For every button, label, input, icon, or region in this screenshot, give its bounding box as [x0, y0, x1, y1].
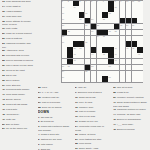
- crossword-cell[interactable]: 36: [62, 41, 67, 46]
- black-square: [62, 30, 67, 35]
- black-square: [120, 18, 125, 23]
- clue-number: 4.: [38, 133, 41, 136]
- clue-number: 54.: [38, 91, 42, 94]
- black-square: [85, 18, 90, 23]
- cell-number: 52: [91, 65, 93, 67]
- crossword-cell[interactable]: [79, 71, 84, 76]
- clue-number: 40.: [2, 88, 6, 91]
- cell-number: 44: [91, 53, 93, 55]
- crossword-cell[interactable]: [102, 41, 107, 46]
- crossword-cell[interactable]: [132, 65, 137, 70]
- crossword-cell[interactable]: [120, 59, 125, 64]
- crossword-cell[interactable]: 9: [120, 1, 125, 6]
- cell-number: 56: [62, 76, 64, 78]
- cell-number: 14: [73, 6, 75, 8]
- black-square: [67, 53, 72, 58]
- crossword-cell[interactable]: 23: [62, 24, 67, 29]
- clue-item: 40. Perfumed bath powder: [2, 88, 35, 92]
- clue-item: 18. Prone attitude to friendly mercy or …: [2, 20, 35, 27]
- crossword-cell[interactable]: [97, 18, 102, 23]
- across-clues-tail: 52. Lava54. L, X or XL: Abbr.56. Western…: [38, 86, 72, 109]
- crossword-cell[interactable]: [91, 59, 96, 64]
- crossword-grid: 1234567891011121314151617181920212223242…: [61, 0, 143, 83]
- cell-number: 40: [114, 47, 116, 49]
- crossword-cell[interactable]: 19: [62, 18, 67, 23]
- clue-item: 26. Providing with revenue: [2, 54, 35, 58]
- crossword-cell[interactable]: [132, 12, 137, 17]
- crossword-cell[interactable]: [120, 30, 125, 35]
- cell-number: 32: [114, 30, 116, 32]
- cell-number: 16: [62, 12, 64, 14]
- crossword-cell[interactable]: [102, 59, 107, 64]
- clue-item: 35. Sieve feature: [2, 79, 35, 83]
- cell-number: 57: [109, 76, 111, 78]
- crossword-cell[interactable]: 29: [67, 30, 72, 35]
- crossword-cell[interactable]: [91, 41, 96, 46]
- clue-item: 14. In the midst of: [2, 5, 35, 9]
- clue-item: 22. Kind of material: [2, 37, 35, 41]
- crossword-cell[interactable]: 51: [67, 65, 72, 70]
- clue-item: 26. Towels, at times: [75, 133, 110, 137]
- clue-number: 11.: [75, 101, 79, 104]
- crossword-cell[interactable]: [120, 36, 125, 41]
- cell-number: 9: [120, 0, 121, 2]
- crossword-cell[interactable]: 53: [108, 65, 113, 70]
- crossword-cell[interactable]: [126, 71, 131, 76]
- crossword-cell[interactable]: [97, 76, 102, 81]
- crossword-cell[interactable]: 48: [73, 59, 78, 64]
- crossword-cell[interactable]: [97, 41, 102, 46]
- crossword-cell[interactable]: [137, 18, 142, 23]
- crossword-cell[interactable]: [108, 41, 113, 46]
- crossword-cell[interactable]: 46: [114, 53, 119, 58]
- clue-number: 1.: [38, 116, 41, 119]
- crossword-cell[interactable]: 7: [102, 1, 107, 6]
- cell-number: 21: [91, 18, 93, 20]
- clue-item: 41. Small divides between Sarah, Paul an…: [113, 101, 148, 108]
- clue-column-right-2: 36. One bit of work38. Frogs-to-be39. Wo…: [113, 86, 148, 150]
- crossword-cell[interactable]: [85, 47, 90, 52]
- clue-number: 31.: [2, 69, 6, 72]
- clue-item: 27. Wine-tasting tour stop: [75, 138, 110, 142]
- clue-item: 16. Part of a combo: [75, 110, 110, 114]
- crossword-cell[interactable]: [114, 76, 119, 81]
- clue-number: 14.: [2, 5, 6, 8]
- cell-number: 35: [103, 35, 105, 37]
- crossword-cell[interactable]: [73, 12, 78, 17]
- clue-number: 39.: [113, 96, 117, 99]
- crossword-cell[interactable]: [137, 71, 142, 76]
- cell-number: 54: [62, 70, 64, 72]
- clue-number: 41.: [113, 101, 117, 104]
- crossword-cell[interactable]: [79, 59, 84, 64]
- crossword-cell[interactable]: [91, 12, 96, 17]
- crossword-cell[interactable]: [132, 30, 137, 35]
- crossword-cell[interactable]: [114, 12, 119, 17]
- crossword-cell[interactable]: [73, 76, 78, 81]
- crossword-cell[interactable]: 1: [62, 1, 67, 6]
- crossword-cell[interactable]: 39: [79, 47, 84, 52]
- clue-number: 35.: [2, 79, 6, 82]
- crossword-cell[interactable]: 18: [108, 12, 113, 17]
- crossword-cell[interactable]: 16: [62, 12, 67, 17]
- black-square: [73, 1, 78, 6]
- crossword-cell[interactable]: [91, 76, 96, 81]
- crossword-cell[interactable]: 25: [97, 24, 102, 29]
- clue-item: 7. Sand bar: [38, 148, 72, 150]
- crossword-cell[interactable]: [120, 65, 125, 70]
- cell-number: 22: [103, 18, 105, 20]
- clue-number: 56.: [38, 96, 42, 99]
- clue-column-right-1: 8. Vane dir.9. Scanned lines at stores10…: [75, 86, 110, 150]
- crossword-cell[interactable]: [91, 71, 96, 76]
- crossword-cell[interactable]: [73, 18, 78, 23]
- clue-item: 5. Tasting like fine wine: [38, 138, 72, 142]
- cell-number: 49: [114, 59, 116, 61]
- clue-number: 5.: [38, 138, 41, 141]
- crossword-cell[interactable]: [79, 24, 84, 29]
- clue-item: 25. Attacked by bees: [2, 49, 35, 53]
- crossword-cell[interactable]: [120, 76, 125, 81]
- clue-item: 31. Gives up the effort: [2, 69, 35, 73]
- crossword-cell[interactable]: [137, 36, 142, 41]
- crossword-cell[interactable]: [137, 59, 142, 64]
- clue-number: 28.: [2, 59, 6, 62]
- crossword-cell[interactable]: [126, 36, 131, 41]
- crossword-cell[interactable]: [132, 36, 137, 41]
- crossword-cell[interactable]: 43: [73, 53, 78, 58]
- crossword-cell[interactable]: 49: [114, 59, 119, 64]
- crossword-cell[interactable]: [79, 65, 84, 70]
- black-square: [67, 47, 72, 52]
- crossword-cell[interactable]: [91, 36, 96, 41]
- clue-item: 24. Word with yellow rose or Texas: [75, 125, 110, 132]
- crossword-cell[interactable]: [79, 36, 84, 41]
- crossword-cell[interactable]: 2: [67, 1, 72, 6]
- crossword-cell[interactable]: 30: [91, 30, 96, 35]
- clue-item: 48. "Good grief!": [2, 113, 35, 117]
- black-square: [108, 47, 113, 52]
- cell-number: 45: [103, 53, 105, 55]
- crossword-cell[interactable]: [137, 65, 142, 70]
- clue-item: 13. Luau garlands and such: [2, 0, 35, 4]
- black-square: [108, 1, 113, 6]
- crossword-cell[interactable]: 5: [91, 1, 96, 6]
- crossword-cell[interactable]: [85, 6, 90, 11]
- crossword-cell[interactable]: [67, 6, 72, 11]
- clue-number: 51.: [2, 127, 6, 130]
- crossword-cell[interactable]: 41: [126, 47, 131, 52]
- cell-number: 42: [132, 47, 134, 49]
- clue-item: 52. Lava: [38, 86, 72, 90]
- clue-number: 25.: [2, 49, 6, 52]
- cell-number: 17: [85, 12, 87, 14]
- crossword-cell[interactable]: 12: [137, 1, 142, 6]
- cell-number: 2: [68, 0, 69, 2]
- crossword-cell[interactable]: [120, 41, 125, 46]
- clue-number: 30.: [2, 64, 6, 67]
- crossword-cell[interactable]: [108, 24, 113, 29]
- crossword-cell[interactable]: 28: [132, 24, 137, 29]
- crossword-cell[interactable]: [108, 36, 113, 41]
- clue-item: 41. Tuna salad morsel: [2, 93, 35, 97]
- crossword-cell[interactable]: [97, 6, 102, 11]
- crossword-cell[interactable]: 27: [126, 24, 131, 29]
- crossword-cell[interactable]: 31: [108, 30, 113, 35]
- crossword-cell[interactable]: [137, 41, 142, 46]
- clue-item: 30. They'll show you the world: [2, 64, 35, 68]
- clue-number: 38.: [113, 91, 117, 94]
- crossword-cell[interactable]: [108, 18, 113, 23]
- down-header: DOWN: [38, 111, 72, 115]
- crossword-cell[interactable]: 33: [62, 36, 67, 41]
- crossword-cell[interactable]: [102, 71, 107, 76]
- cell-number: 1: [62, 0, 63, 2]
- crossword-cell[interactable]: [67, 36, 72, 41]
- clue-number: 8.: [75, 86, 78, 89]
- crossword-cell[interactable]: [137, 24, 142, 29]
- crossword-cell[interactable]: [132, 59, 137, 64]
- clue-number: 37.: [2, 84, 6, 87]
- crossword-cell[interactable]: [120, 12, 125, 17]
- cell-number: 23: [62, 24, 64, 26]
- crossword-cell[interactable]: 35: [102, 36, 107, 41]
- clue-number: 31.: [75, 147, 79, 150]
- crossword-cell[interactable]: 8: [114, 1, 119, 6]
- clue-number: 27.: [75, 138, 79, 141]
- cell-number: 36: [62, 41, 64, 43]
- cell-number: 55: [85, 70, 87, 72]
- clue-number: 2.: [38, 120, 41, 123]
- crossword-cell[interactable]: [102, 65, 107, 70]
- crossword-cell[interactable]: [120, 6, 125, 11]
- clue-number: 48.: [113, 128, 117, 131]
- clue-item: 3. Prison often between Sarah and Tuesda…: [38, 125, 72, 132]
- cell-number: 33: [62, 35, 64, 37]
- crossword-cell[interactable]: [67, 71, 72, 76]
- clue-column-middle: 52. Lava54. L, X or XL: Abbr.56. Western…: [38, 86, 72, 150]
- cell-number: 3: [79, 0, 80, 2]
- black-square: [102, 47, 107, 52]
- clue-number: 58.: [38, 106, 42, 109]
- clue-item: 31. Some sporty Audis: [75, 147, 110, 150]
- cell-number: 43: [73, 53, 75, 55]
- crossword-cell[interactable]: 14: [73, 6, 78, 11]
- black-square: [91, 47, 96, 52]
- clue-item: 50. Ban on trade: [2, 123, 35, 127]
- crossword-cell[interactable]: [73, 30, 78, 35]
- clue-item: 54. L, X or XL: Abbr.: [38, 91, 72, 95]
- black-square: [97, 30, 102, 35]
- clue-item: 17. Wide shoe size: [2, 15, 35, 19]
- crossword-cell[interactable]: [97, 59, 102, 64]
- cell-number: 7: [103, 0, 104, 2]
- crossword-cell[interactable]: 4: [85, 1, 90, 6]
- cell-number: 20: [79, 18, 81, 20]
- cell-number: 11: [132, 0, 134, 2]
- clue-item: 9. Scanned lines at stores: [75, 91, 110, 95]
- crossword-cell[interactable]: [85, 76, 90, 81]
- crossword-cell[interactable]: 3: [79, 1, 84, 6]
- crossword-cell[interactable]: [126, 12, 131, 17]
- crossword-cell[interactable]: [137, 30, 142, 35]
- crossword-cell[interactable]: 13: [62, 6, 67, 11]
- crossword-cell[interactable]: [85, 30, 90, 35]
- crossword-cell[interactable]: [120, 47, 125, 52]
- black-square: [108, 6, 113, 11]
- crossword-cell[interactable]: [67, 41, 72, 46]
- cell-number: 24: [85, 24, 87, 26]
- crossword-cell[interactable]: [126, 76, 131, 81]
- crossword-cell[interactable]: 17: [85, 12, 90, 17]
- crossword-cell[interactable]: 40: [114, 47, 119, 52]
- crossword-cell[interactable]: 22: [102, 18, 107, 23]
- crossword-cell[interactable]: [126, 6, 131, 11]
- crossword-cell[interactable]: [108, 71, 113, 76]
- clue-number: 15.: [2, 10, 6, 13]
- clue-item: 10. Sushi bar brews: [75, 96, 110, 100]
- crossword-cell[interactable]: [67, 76, 72, 81]
- crossword-cell[interactable]: 55: [85, 71, 90, 76]
- crossword-cell[interactable]: 38: [73, 47, 78, 52]
- crossword-cell[interactable]: 11: [132, 1, 137, 6]
- clue-number: 18.: [2, 20, 6, 23]
- crossword-cell[interactable]: 26: [120, 24, 125, 29]
- cell-number: 48: [73, 59, 75, 61]
- crossword-cell[interactable]: 24: [85, 24, 90, 29]
- clue-number: 48.: [2, 113, 6, 116]
- crossword-cell[interactable]: [120, 71, 125, 76]
- cell-number: 18: [109, 12, 111, 14]
- crossword-cell[interactable]: [132, 6, 137, 11]
- crossword-cell[interactable]: 57: [108, 76, 113, 81]
- cell-number: 26: [120, 24, 122, 26]
- crossword-cell[interactable]: [97, 53, 102, 58]
- black-square: [132, 18, 137, 23]
- crossword-cell[interactable]: [79, 30, 84, 35]
- crossword-cell[interactable]: [114, 36, 119, 41]
- crossword-cell[interactable]: 15: [114, 6, 119, 11]
- crossword-cell[interactable]: [79, 53, 84, 58]
- crossword-cell[interactable]: 10: [126, 1, 131, 6]
- clue-number: 43.: [2, 98, 6, 101]
- crossword-cell[interactable]: [114, 65, 119, 70]
- black-square: [108, 53, 113, 58]
- crossword-cell[interactable]: [126, 65, 131, 70]
- crossword-cell[interactable]: 52: [91, 65, 96, 70]
- crossword-cell[interactable]: 21: [91, 18, 96, 23]
- clue-number: 49.: [2, 118, 6, 121]
- clue-number: 44.: [113, 113, 117, 116]
- crossword-cell[interactable]: 44: [91, 53, 96, 58]
- black-square: [91, 24, 96, 29]
- clue-number: 57.: [38, 101, 42, 104]
- crossword-cell[interactable]: 6: [97, 1, 102, 6]
- clue-number: 3.: [38, 125, 41, 128]
- crossword-cell[interactable]: [132, 71, 137, 76]
- crossword-cell[interactable]: [114, 41, 119, 46]
- crossword-cell[interactable]: [126, 30, 131, 35]
- crossword-cell[interactable]: [114, 18, 119, 23]
- crossword-cell[interactable]: [97, 12, 102, 17]
- crossword-cell[interactable]: [79, 6, 84, 11]
- black-square: [73, 41, 78, 46]
- crossword-cell[interactable]: [73, 24, 78, 29]
- crossword-cell[interactable]: [67, 12, 72, 17]
- crossword-cell[interactable]: 47: [137, 53, 142, 58]
- crossword-cell[interactable]: 54: [62, 71, 67, 76]
- crossword-cell[interactable]: [62, 59, 67, 64]
- crossword-cell[interactable]: [97, 47, 102, 52]
- crossword-cell[interactable]: [126, 53, 131, 58]
- crossword-cell[interactable]: 37: [85, 41, 90, 46]
- crossword-cell[interactable]: [67, 18, 72, 23]
- clue-item: 47. "___ been had!": [113, 123, 148, 127]
- clue-item: 1. Off-road rig: [38, 116, 72, 120]
- clue-item: 43. Japanese motorcycle maker: [113, 108, 148, 112]
- crossword-cell[interactable]: [120, 53, 125, 58]
- clue-item: 33. Zig or zag: [2, 74, 35, 78]
- crossword-cell[interactable]: [85, 59, 90, 64]
- crossword-cell[interactable]: [85, 53, 90, 58]
- crossword-cell[interactable]: [91, 6, 96, 11]
- crossword-cell[interactable]: [73, 65, 78, 70]
- cell-number: 25: [97, 24, 99, 26]
- crossword-cell[interactable]: [73, 36, 78, 41]
- cell-number: 30: [91, 30, 93, 32]
- cell-number: 27: [126, 24, 128, 26]
- crossword-cell[interactable]: 32: [114, 30, 119, 35]
- crossword-cell[interactable]: [137, 12, 142, 17]
- black-square: [67, 59, 72, 64]
- crossword-cell[interactable]: [97, 71, 102, 76]
- crossword-cell[interactable]: [132, 53, 137, 58]
- crossword-cell[interactable]: [97, 65, 102, 70]
- crossword-cell[interactable]: 20: [79, 18, 84, 23]
- clue-number: 12.: [75, 106, 79, 109]
- crossword-cell[interactable]: 50: [62, 65, 67, 70]
- clue-item: 46. FTC's forte: [2, 108, 35, 112]
- clue-item: 39. Wooden "Pocket" painting: [113, 96, 148, 100]
- crossword-cell[interactable]: [79, 76, 84, 81]
- clue-item: 28. Proven grounds on appeal: [2, 59, 35, 63]
- clue-number: 9.: [75, 91, 78, 94]
- crossword-cell[interactable]: 56: [62, 76, 67, 81]
- crossword-cell[interactable]: [102, 24, 107, 29]
- crossword-cell[interactable]: [62, 53, 67, 58]
- crossword-cell[interactable]: [67, 24, 72, 29]
- crossword-cell[interactable]: 45: [102, 53, 107, 58]
- crossword-cell[interactable]: [137, 76, 142, 81]
- cell-number: 39: [79, 47, 81, 49]
- crossword-cell[interactable]: [137, 6, 142, 11]
- black-square: [79, 12, 84, 17]
- crossword-cell[interactable]: [114, 71, 119, 76]
- clue-number: 24.: [75, 125, 79, 128]
- crossword-cell[interactable]: [126, 59, 131, 64]
- crossword-cell[interactable]: [102, 6, 107, 11]
- crossword-cell[interactable]: [73, 71, 78, 76]
- cell-number: 12: [138, 0, 140, 2]
- crossword-cell[interactable]: 42: [132, 47, 137, 52]
- crossword-cell[interactable]: [62, 47, 67, 52]
- clue-item: 28. More sound: [75, 142, 110, 146]
- crossword-cell[interactable]: [85, 36, 90, 41]
- crossword-cell[interactable]: 34: [97, 36, 102, 41]
- crossword-cell[interactable]: [132, 76, 137, 81]
- black-square: [126, 41, 131, 46]
- clue-item: 58. Done for on appeal: [38, 106, 72, 110]
